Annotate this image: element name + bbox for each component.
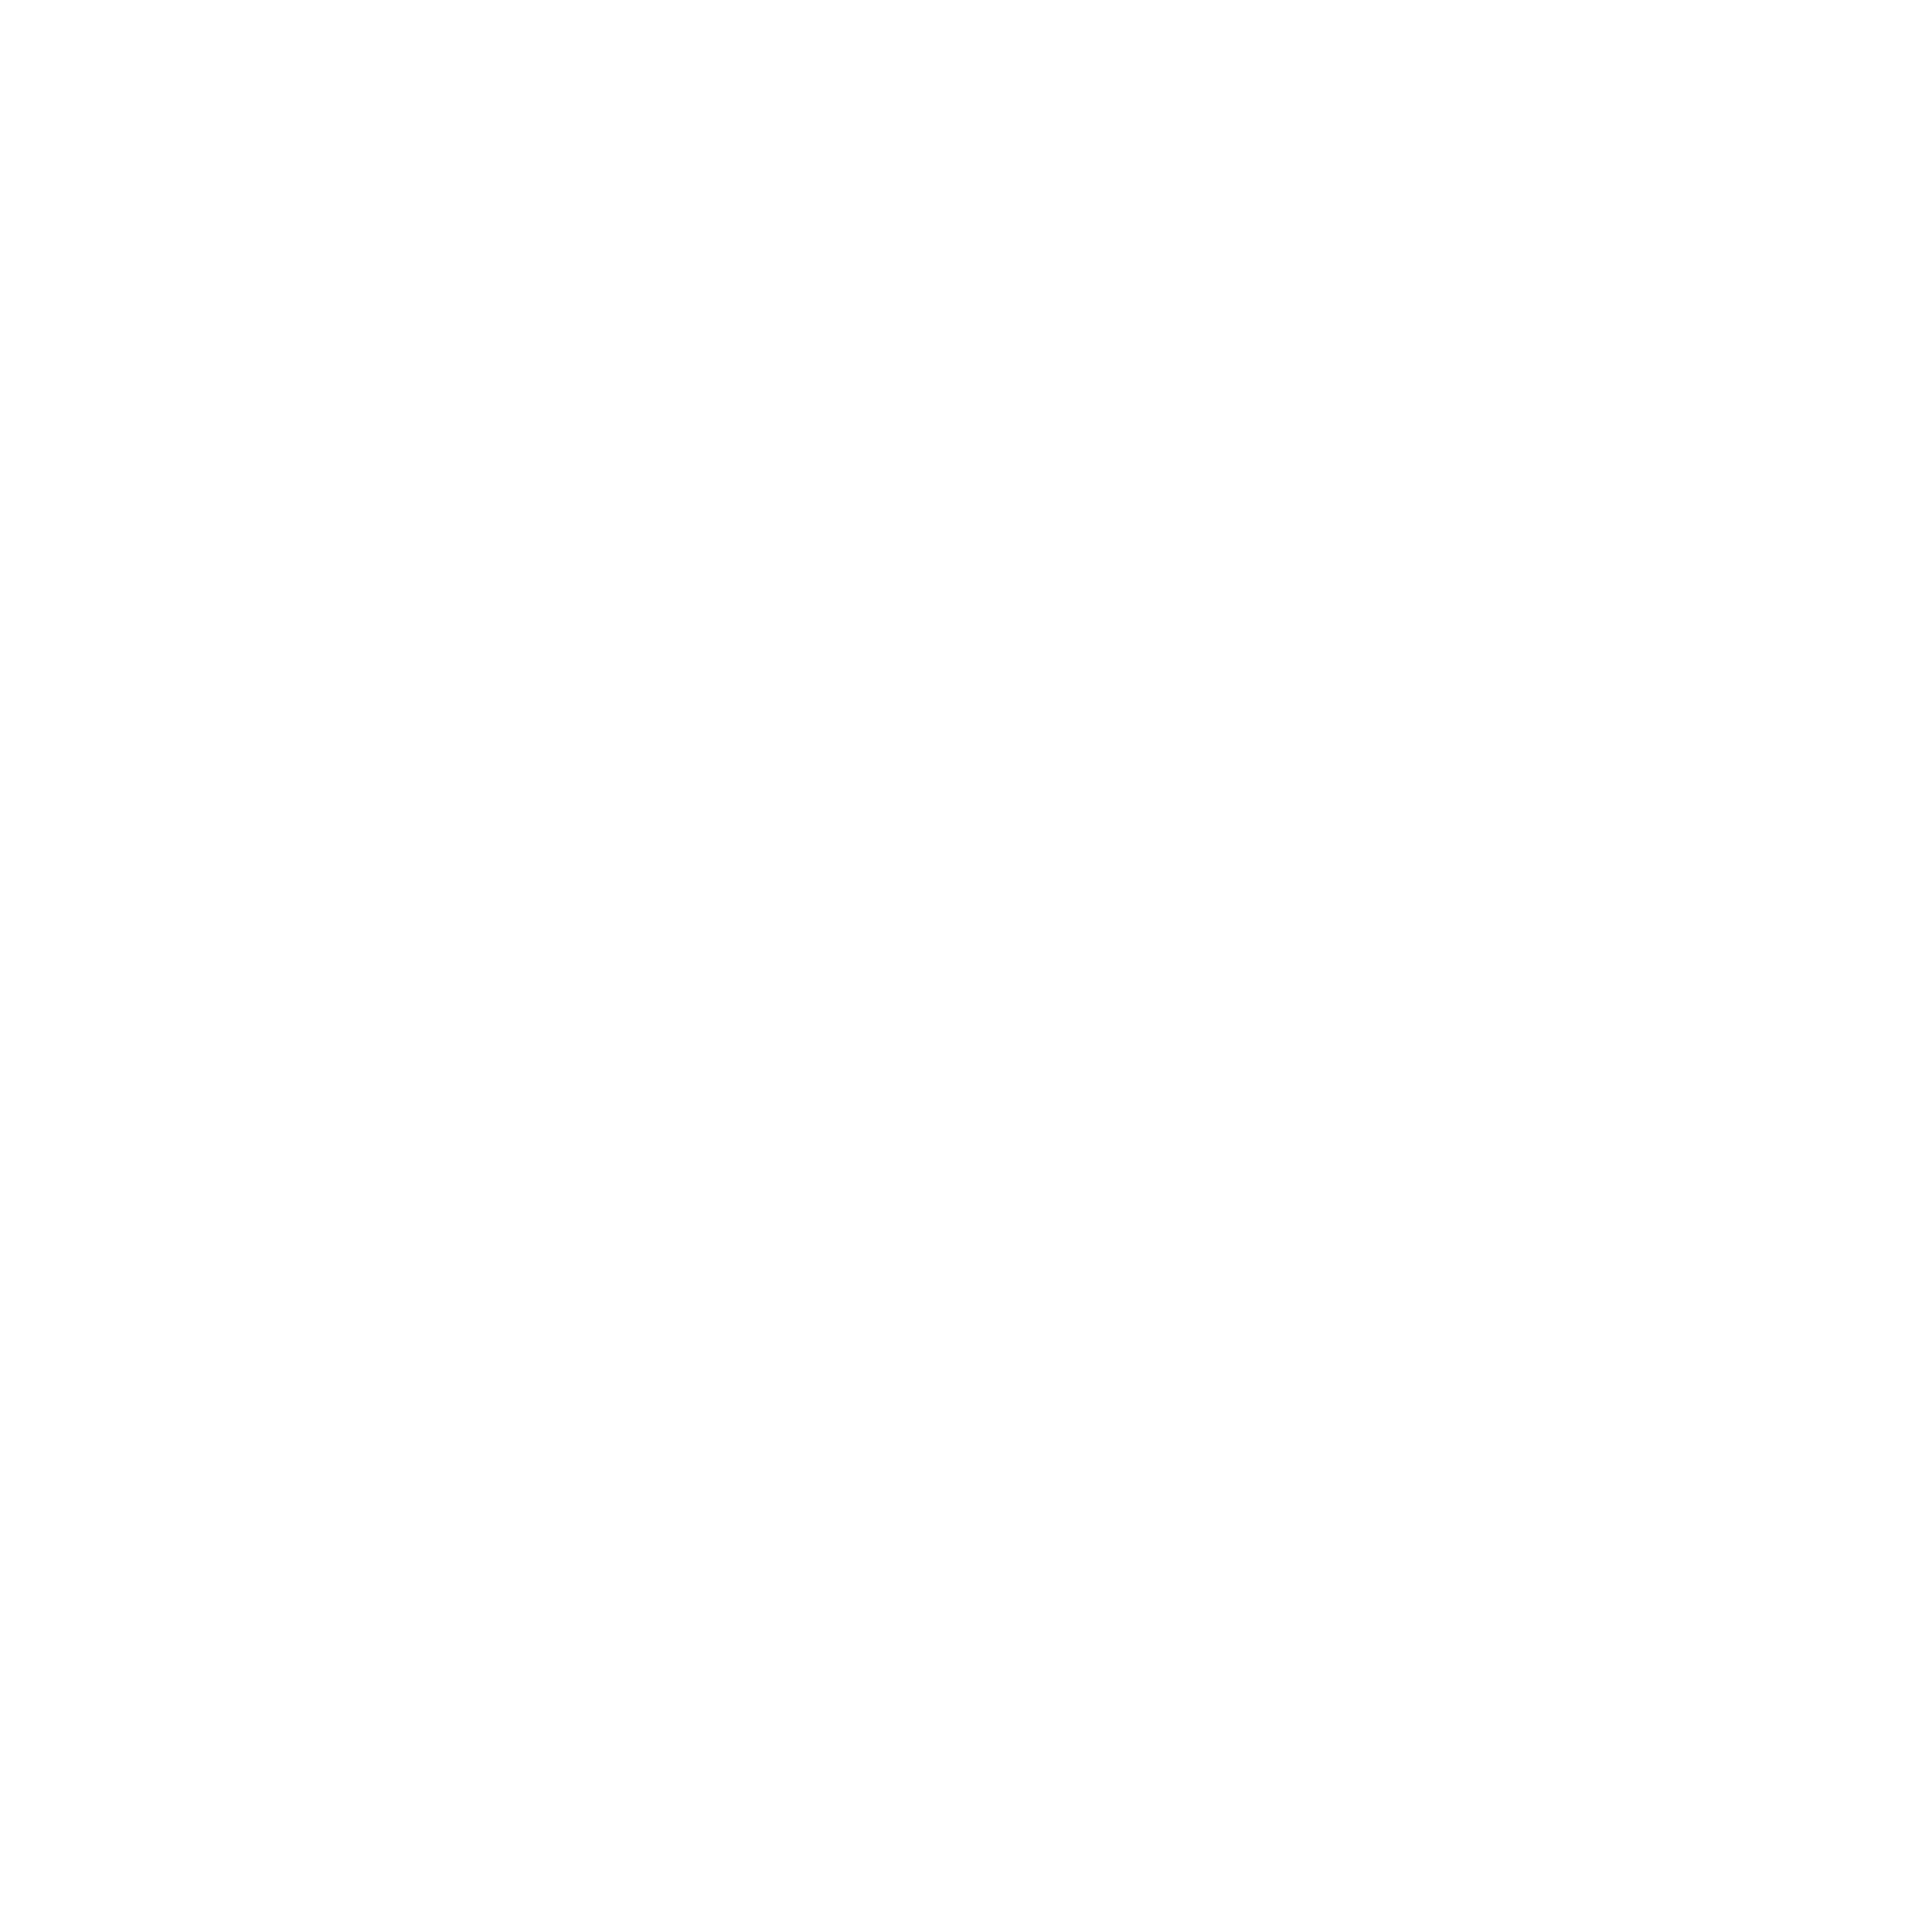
- chess-board-svg: [0, 0, 1932, 1932]
- product-photo-scene: [0, 0, 1932, 1932]
